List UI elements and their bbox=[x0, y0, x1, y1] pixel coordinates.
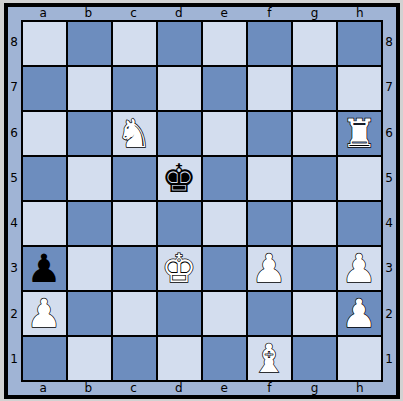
file-label-top-e: e bbox=[202, 7, 247, 20]
file-label-bottom-h: h bbox=[337, 382, 382, 395]
file-label-top-c: c bbox=[111, 7, 156, 20]
square-e3[interactable] bbox=[203, 247, 246, 290]
square-g1[interactable] bbox=[293, 337, 336, 380]
square-h2[interactable]: ♟ bbox=[338, 292, 381, 335]
rank-label-right-7: 7 bbox=[383, 65, 396, 110]
square-g4[interactable] bbox=[293, 202, 336, 245]
chess-board-frame: abcdefgh 87654321 ♞♜♚♟♚♟♟♟♟♝ 87654321 ab… bbox=[8, 7, 396, 395]
square-b2[interactable] bbox=[68, 292, 111, 335]
rank-label-left-5: 5 bbox=[8, 155, 21, 200]
square-b3[interactable] bbox=[68, 247, 111, 290]
square-a1[interactable] bbox=[23, 337, 66, 380]
board-black-border: abcdefgh 87654321 ♞♜♚♟♚♟♟♟♟♝ 87654321 ab… bbox=[4, 3, 400, 399]
square-e6[interactable] bbox=[203, 112, 246, 155]
square-d7[interactable] bbox=[158, 67, 201, 110]
square-c5[interactable] bbox=[113, 157, 156, 200]
square-h4[interactable] bbox=[338, 202, 381, 245]
file-label-bottom-d: d bbox=[156, 382, 201, 395]
square-a6[interactable] bbox=[23, 112, 66, 155]
white-pawn-h2: ♟ bbox=[342, 294, 377, 333]
rank-label-left-3: 3 bbox=[8, 246, 21, 291]
rank-label-right-6: 6 bbox=[383, 110, 396, 155]
rank-label-right-3: 3 bbox=[383, 246, 396, 291]
ranks-left: 87654321 bbox=[8, 20, 21, 382]
white-knight-c6: ♞ bbox=[117, 114, 152, 153]
square-d4[interactable] bbox=[158, 202, 201, 245]
square-c8[interactable] bbox=[113, 22, 156, 65]
file-label-top-h: h bbox=[337, 7, 382, 20]
white-rook-h6: ♜ bbox=[342, 114, 377, 153]
square-a5[interactable] bbox=[23, 157, 66, 200]
square-f3[interactable]: ♟ bbox=[248, 247, 291, 290]
rank-label-left-2: 2 bbox=[8, 291, 21, 336]
file-label-bottom-b: b bbox=[66, 382, 111, 395]
file-label-bottom-e: e bbox=[202, 382, 247, 395]
rank-label-right-5: 5 bbox=[383, 155, 396, 200]
ranks-right: 87654321 bbox=[383, 20, 396, 382]
black-king-d5: ♚ bbox=[162, 159, 197, 198]
square-g7[interactable] bbox=[293, 67, 336, 110]
file-label-top-b: b bbox=[66, 7, 111, 20]
square-b7[interactable] bbox=[68, 67, 111, 110]
square-e4[interactable] bbox=[203, 202, 246, 245]
square-c3[interactable] bbox=[113, 247, 156, 290]
square-c6[interactable]: ♞ bbox=[113, 112, 156, 155]
white-pawn-h3: ♟ bbox=[342, 249, 377, 288]
square-b8[interactable] bbox=[68, 22, 111, 65]
square-d1[interactable] bbox=[158, 337, 201, 380]
square-f1[interactable]: ♝ bbox=[248, 337, 291, 380]
rank-label-left-1: 1 bbox=[8, 336, 21, 381]
rank-label-right-2: 2 bbox=[383, 291, 396, 336]
square-d8[interactable] bbox=[158, 22, 201, 65]
square-a2[interactable]: ♟ bbox=[23, 292, 66, 335]
white-bishop-f1: ♝ bbox=[252, 339, 287, 378]
square-b4[interactable] bbox=[68, 202, 111, 245]
file-label-top-a: a bbox=[21, 7, 66, 20]
file-label-top-f: f bbox=[247, 7, 292, 20]
square-d2[interactable] bbox=[158, 292, 201, 335]
square-e7[interactable] bbox=[203, 67, 246, 110]
square-f8[interactable] bbox=[248, 22, 291, 65]
white-king-d3: ♚ bbox=[162, 249, 197, 288]
page: abcdefgh 87654321 ♞♜♚♟♚♟♟♟♟♝ 87654321 ab… bbox=[0, 0, 403, 401]
square-b6[interactable] bbox=[68, 112, 111, 155]
square-a8[interactable] bbox=[23, 22, 66, 65]
square-d5[interactable]: ♚ bbox=[158, 157, 201, 200]
square-c2[interactable] bbox=[113, 292, 156, 335]
rank-label-right-4: 4 bbox=[383, 201, 396, 246]
rank-label-right-1: 1 bbox=[383, 336, 396, 381]
square-f4[interactable] bbox=[248, 202, 291, 245]
file-label-bottom-g: g bbox=[292, 382, 337, 395]
square-e5[interactable] bbox=[203, 157, 246, 200]
square-a7[interactable] bbox=[23, 67, 66, 110]
black-pawn-a3: ♟ bbox=[27, 249, 62, 288]
square-e1[interactable] bbox=[203, 337, 246, 380]
square-h7[interactable] bbox=[338, 67, 381, 110]
square-g3[interactable] bbox=[293, 247, 336, 290]
square-c4[interactable] bbox=[113, 202, 156, 245]
file-label-bottom-c: c bbox=[111, 382, 156, 395]
square-b1[interactable] bbox=[68, 337, 111, 380]
files-bottom: abcdefgh bbox=[21, 382, 383, 395]
white-pawn-f3: ♟ bbox=[252, 249, 287, 288]
square-h1[interactable] bbox=[338, 337, 381, 380]
square-f6[interactable] bbox=[248, 112, 291, 155]
square-d6[interactable] bbox=[158, 112, 201, 155]
file-label-top-g: g bbox=[292, 7, 337, 20]
square-h6[interactable]: ♜ bbox=[338, 112, 381, 155]
square-f2[interactable] bbox=[248, 292, 291, 335]
square-d3[interactable]: ♚ bbox=[158, 247, 201, 290]
rank-label-left-8: 8 bbox=[8, 20, 21, 65]
file-label-bottom-a: a bbox=[21, 382, 66, 395]
square-g6[interactable] bbox=[293, 112, 336, 155]
rank-label-left-6: 6 bbox=[8, 110, 21, 155]
square-f5[interactable] bbox=[248, 157, 291, 200]
square-e8[interactable] bbox=[203, 22, 246, 65]
square-g8[interactable] bbox=[293, 22, 336, 65]
square-h3[interactable]: ♟ bbox=[338, 247, 381, 290]
square-c1[interactable] bbox=[113, 337, 156, 380]
square-e2[interactable] bbox=[203, 292, 246, 335]
files-top: abcdefgh bbox=[21, 7, 383, 20]
chess-board: ♞♜♚♟♚♟♟♟♟♝ bbox=[21, 20, 383, 382]
square-h8[interactable] bbox=[338, 22, 381, 65]
file-label-bottom-f: f bbox=[247, 382, 292, 395]
file-label-top-d: d bbox=[156, 7, 201, 20]
square-h5[interactable] bbox=[338, 157, 381, 200]
square-c7[interactable] bbox=[113, 67, 156, 110]
rank-label-right-8: 8 bbox=[383, 20, 396, 65]
square-g2[interactable] bbox=[293, 292, 336, 335]
square-f7[interactable] bbox=[248, 67, 291, 110]
square-b5[interactable] bbox=[68, 157, 111, 200]
square-a4[interactable] bbox=[23, 202, 66, 245]
white-pawn-a2: ♟ bbox=[27, 294, 62, 333]
rank-label-left-7: 7 bbox=[8, 65, 21, 110]
square-g5[interactable] bbox=[293, 157, 336, 200]
square-a3[interactable]: ♟ bbox=[23, 247, 66, 290]
rank-label-left-4: 4 bbox=[8, 201, 21, 246]
